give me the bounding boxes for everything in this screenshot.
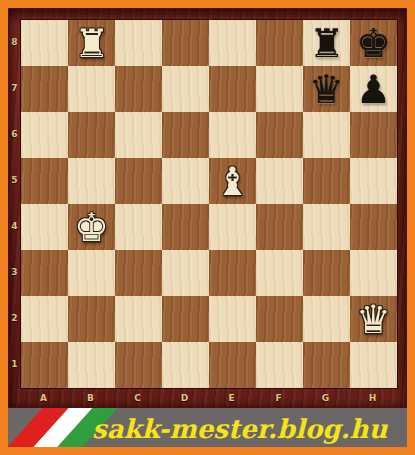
square-f4 [256, 204, 303, 250]
file-label-a: A [20, 388, 67, 408]
piece-black-pawn-h7: ♟ [356, 70, 391, 109]
square-h8: ♚ [350, 20, 397, 66]
square-b4: ♚ [68, 204, 115, 250]
file-label-g: G [302, 388, 349, 408]
square-f7 [256, 66, 303, 112]
square-f3 [256, 250, 303, 296]
square-e3 [209, 250, 256, 296]
square-b1 [68, 342, 115, 388]
square-c2 [115, 296, 162, 342]
square-f1 [256, 342, 303, 388]
square-c3 [115, 250, 162, 296]
square-a2 [21, 296, 68, 342]
square-c6 [115, 112, 162, 158]
square-g7: ♛ [303, 66, 350, 112]
square-d7 [162, 66, 209, 112]
square-e2 [209, 296, 256, 342]
square-b8: ♜ [68, 20, 115, 66]
square-a1 [21, 342, 68, 388]
rank-label-4: 4 [9, 203, 20, 249]
piece-white-king-b4: ♚ [74, 208, 109, 247]
rank-label-5: 5 [9, 157, 20, 203]
chess-board: ♜♜♚♛♟♝♚♛ [20, 19, 398, 389]
square-c5 [115, 158, 162, 204]
piece-black-rook-g8: ♜ [309, 24, 344, 63]
square-b2 [68, 296, 115, 342]
square-e4 [209, 204, 256, 250]
square-e1 [209, 342, 256, 388]
rank-label-6: 6 [9, 111, 20, 157]
square-f5 [256, 158, 303, 204]
square-e5: ♝ [209, 158, 256, 204]
board-frame: ♜♜♚♛♟♝♚♛ 87654321 ABCDEFGH [8, 8, 407, 408]
square-c7 [115, 66, 162, 112]
piece-black-queen-g7: ♛ [309, 70, 344, 109]
piece-black-king-h8: ♚ [356, 24, 391, 63]
square-h1 [350, 342, 397, 388]
square-d3 [162, 250, 209, 296]
square-a7 [21, 66, 68, 112]
square-f2 [256, 296, 303, 342]
square-f6 [256, 112, 303, 158]
site-url: sakk-mester.blog.hu [92, 416, 387, 442]
file-label-h: H [349, 388, 396, 408]
square-a8 [21, 20, 68, 66]
square-h2: ♛ [350, 296, 397, 342]
rank-label-1: 1 [9, 341, 20, 387]
square-d8 [162, 20, 209, 66]
square-g2 [303, 296, 350, 342]
square-h5 [350, 158, 397, 204]
file-label-f: F [255, 388, 302, 408]
rank-labels: 87654321 [9, 19, 20, 387]
square-g1 [303, 342, 350, 388]
square-b3 [68, 250, 115, 296]
square-f8 [256, 20, 303, 66]
square-c1 [115, 342, 162, 388]
rank-label-3: 3 [9, 249, 20, 295]
square-g8: ♜ [303, 20, 350, 66]
square-d1 [162, 342, 209, 388]
square-a5 [21, 158, 68, 204]
square-c8 [115, 20, 162, 66]
square-a6 [21, 112, 68, 158]
square-h4 [350, 204, 397, 250]
rank-label-8: 8 [9, 19, 20, 65]
square-d2 [162, 296, 209, 342]
square-a4 [21, 204, 68, 250]
file-label-d: D [161, 388, 208, 408]
file-label-b: B [67, 388, 114, 408]
square-h3 [350, 250, 397, 296]
square-g3 [303, 250, 350, 296]
square-g5 [303, 158, 350, 204]
square-c4 [115, 204, 162, 250]
square-a3 [21, 250, 68, 296]
square-g6 [303, 112, 350, 158]
square-e6 [209, 112, 256, 158]
file-label-e: E [208, 388, 255, 408]
file-labels: ABCDEFGH [20, 388, 396, 408]
square-b7 [68, 66, 115, 112]
square-h6 [350, 112, 397, 158]
square-d6 [162, 112, 209, 158]
square-e7 [209, 66, 256, 112]
square-e8 [209, 20, 256, 66]
square-b6 [68, 112, 115, 158]
square-h7: ♟ [350, 66, 397, 112]
piece-white-bishop-e5: ♝ [215, 162, 250, 201]
footer-banner: sakk-mester.blog.hu [8, 408, 407, 447]
rank-label-2: 2 [9, 295, 20, 341]
piece-white-rook-b8: ♜ [74, 24, 109, 63]
file-label-c: C [114, 388, 161, 408]
square-d5 [162, 158, 209, 204]
square-b5 [68, 158, 115, 204]
chess-diagram: ♜♜♚♛♟♝♚♛ 87654321 ABCDEFGH sakk-mester.b… [0, 0, 415, 455]
rank-label-7: 7 [9, 65, 20, 111]
square-d4 [162, 204, 209, 250]
square-g4 [303, 204, 350, 250]
piece-white-queen-h2: ♛ [356, 300, 391, 339]
